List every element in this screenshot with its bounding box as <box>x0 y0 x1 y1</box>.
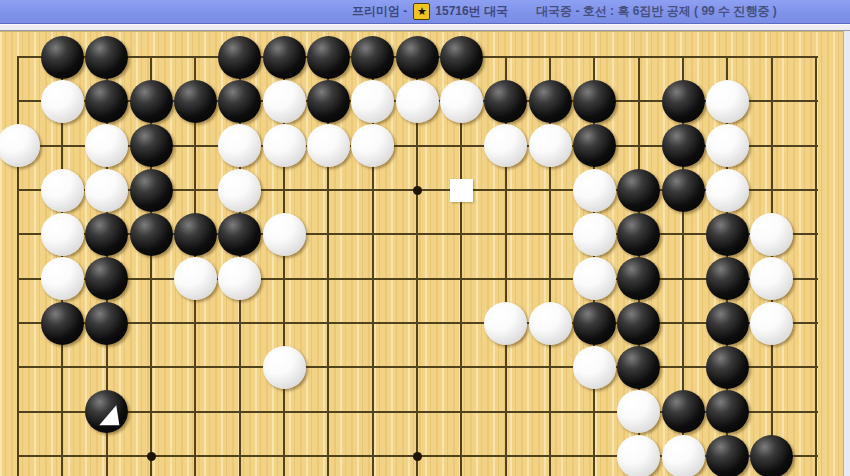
toolbar-divider-strip <box>0 24 850 31</box>
white-stone <box>263 80 306 123</box>
black-stone <box>85 36 128 79</box>
black-stone <box>573 80 616 123</box>
black-stone <box>662 80 705 123</box>
right-margin-strip <box>843 31 850 476</box>
black-stone <box>41 36 84 79</box>
white-stone <box>85 169 128 212</box>
black-stone <box>617 302 660 345</box>
white-stone <box>484 302 527 345</box>
black-stone <box>484 80 527 123</box>
black-stone <box>218 36 261 79</box>
game-title: 15716번 대국 <box>435 3 508 20</box>
white-stone <box>573 257 616 300</box>
last-move-triangle-marker <box>97 403 121 426</box>
black-stone <box>706 213 749 256</box>
black-stone <box>396 36 439 79</box>
white-stone <box>750 213 793 256</box>
black-stone <box>307 80 350 123</box>
black-stone <box>130 213 173 256</box>
white-stone <box>351 124 394 167</box>
app-window: 프리미엄 - ★ 15716번 대국 대국중 - 호선 : 흑 6집반 공제 (… <box>0 0 850 476</box>
premium-label: 프리미엄 - <box>352 3 407 20</box>
white-stone <box>706 124 749 167</box>
white-stone <box>85 124 128 167</box>
white-stone <box>706 169 749 212</box>
black-stone <box>662 390 705 433</box>
white-stone <box>41 80 84 123</box>
black-stone <box>617 213 660 256</box>
black-stone <box>662 169 705 212</box>
white-square-marker <box>450 179 473 202</box>
premium-star-badge-icon: ★ <box>413 3 430 20</box>
white-stone <box>218 124 261 167</box>
game-status-text: 대국중 - 호선 : 흑 6집반 공제 ( 99 수 진행중 ) <box>536 3 777 20</box>
star-point <box>147 452 156 461</box>
black-stone <box>85 257 128 300</box>
black-stone <box>85 80 128 123</box>
white-stone <box>0 124 40 167</box>
go-board[interactable] <box>0 31 843 476</box>
black-stone <box>617 257 660 300</box>
white-stone <box>573 346 616 389</box>
black-stone <box>130 169 173 212</box>
white-stone <box>174 257 217 300</box>
star-point <box>413 452 422 461</box>
title-bar-content: 프리미엄 - ★ 15716번 대국 대국중 - 호선 : 흑 6집반 공제 (… <box>352 3 777 20</box>
white-stone <box>750 257 793 300</box>
black-stone <box>440 36 483 79</box>
white-stone <box>662 435 705 476</box>
white-stone <box>750 302 793 345</box>
white-stone <box>218 257 261 300</box>
black-stone <box>85 213 128 256</box>
white-stone <box>351 80 394 123</box>
white-stone <box>617 435 660 476</box>
white-stone <box>41 257 84 300</box>
white-stone <box>617 390 660 433</box>
black-stone <box>263 36 306 79</box>
white-stone <box>573 169 616 212</box>
white-stone <box>706 80 749 123</box>
black-stone <box>130 80 173 123</box>
black-stone <box>750 435 793 476</box>
black-stone <box>174 213 217 256</box>
black-stone <box>706 435 749 476</box>
title-bar: 프리미엄 - ★ 15716번 대국 대국중 - 호선 : 흑 6집반 공제 (… <box>0 0 850 24</box>
white-stone <box>529 124 572 167</box>
stones-layer <box>0 35 838 476</box>
star-point <box>413 186 422 195</box>
white-stone <box>396 80 439 123</box>
white-stone <box>218 169 261 212</box>
black-stone <box>351 36 394 79</box>
white-stone <box>41 169 84 212</box>
black-stone <box>130 124 173 167</box>
black-stone <box>573 302 616 345</box>
black-stone <box>617 169 660 212</box>
black-stone <box>662 124 705 167</box>
white-stone <box>263 213 306 256</box>
white-stone <box>41 213 84 256</box>
black-stone <box>41 302 84 345</box>
black-stone <box>617 346 660 389</box>
white-stone <box>484 124 527 167</box>
black-stone <box>307 36 350 79</box>
black-stone <box>573 124 616 167</box>
black-stone <box>218 213 261 256</box>
black-stone <box>529 80 572 123</box>
black-stone <box>706 302 749 345</box>
white-stone <box>307 124 350 167</box>
white-stone <box>573 213 616 256</box>
black-stone <box>85 390 128 433</box>
black-stone <box>706 346 749 389</box>
black-stone <box>706 257 749 300</box>
white-stone <box>263 124 306 167</box>
black-stone <box>85 302 128 345</box>
white-stone <box>440 80 483 123</box>
black-stone <box>218 80 261 123</box>
black-stone <box>706 390 749 433</box>
white-stone <box>529 302 572 345</box>
white-stone <box>263 346 306 389</box>
black-stone <box>174 80 217 123</box>
